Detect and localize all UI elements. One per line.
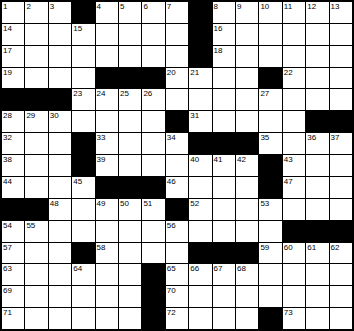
clue-number: 61 xyxy=(307,243,316,252)
cell-r11c9[interactable] xyxy=(189,221,211,242)
cell-r2c5[interactable] xyxy=(96,24,118,45)
black-cell-r9c12 xyxy=(259,177,281,198)
cell-r15c8[interactable]: 72 xyxy=(166,308,188,329)
cell-r2c3[interactable] xyxy=(49,24,71,45)
cell-r1c7[interactable]: 6 xyxy=(142,2,164,23)
clue-number: 34 xyxy=(167,133,176,142)
cell-r8c5[interactable]: 39 xyxy=(96,155,118,176)
cell-r2c14[interactable] xyxy=(306,24,328,45)
black-cell-r9c5 xyxy=(96,177,118,198)
cell-r3c11[interactable] xyxy=(236,46,258,67)
clue-number: 7 xyxy=(167,2,171,11)
black-cell-r12c9 xyxy=(189,243,211,264)
cell-r10c3[interactable]: 48 xyxy=(49,199,71,220)
clue-number: 44 xyxy=(3,177,12,186)
cell-r5c11[interactable] xyxy=(236,89,258,110)
cell-r6c6[interactable] xyxy=(119,111,141,132)
cell-r5c13[interactable] xyxy=(283,89,305,110)
cell-r7c3[interactable] xyxy=(49,133,71,154)
clue-number: 13 xyxy=(331,2,340,11)
cell-r14c1[interactable]: 69 xyxy=(2,286,24,307)
clue-number: 20 xyxy=(167,68,176,77)
cell-r15c11[interactable] xyxy=(236,308,258,329)
cell-r3c3[interactable] xyxy=(49,46,71,67)
cell-r14c2[interactable] xyxy=(25,286,47,307)
cell-r4c11[interactable] xyxy=(236,68,258,89)
cell-r9c1[interactable]: 44 xyxy=(2,177,24,198)
clue-number: 57 xyxy=(3,243,12,252)
clue-number: 45 xyxy=(73,177,82,186)
cell-r1c12[interactable]: 10 xyxy=(259,2,281,23)
cell-r3c2[interactable] xyxy=(25,46,47,67)
cell-r13c14[interactable] xyxy=(306,264,328,285)
clue-number: 4 xyxy=(97,2,101,11)
cell-r13c10[interactable]: 67 xyxy=(213,264,235,285)
cell-r9c9[interactable] xyxy=(189,177,211,198)
cell-r5c6[interactable]: 25 xyxy=(119,89,141,110)
clue-number: 1 xyxy=(3,2,7,11)
cell-r10c10[interactable] xyxy=(213,199,235,220)
clue-number: 38 xyxy=(3,155,12,164)
cell-r7c2[interactable] xyxy=(25,133,47,154)
cell-r14c11[interactable] xyxy=(236,286,258,307)
cell-r8c1[interactable]: 38 xyxy=(2,155,24,176)
cell-r8c10[interactable]: 41 xyxy=(213,155,235,176)
cell-r8c8[interactable] xyxy=(166,155,188,176)
black-cell-r12c10 xyxy=(213,243,235,264)
clue-number: 14 xyxy=(3,24,12,33)
cell-r6c4[interactable] xyxy=(72,111,94,132)
cell-r2c8[interactable] xyxy=(166,24,188,45)
cell-r8c9[interactable]: 40 xyxy=(189,155,211,176)
black-cell-r1c9 xyxy=(189,2,211,23)
cell-r3c15[interactable] xyxy=(330,46,352,67)
cell-r3c7[interactable] xyxy=(142,46,164,67)
cell-r10c5[interactable]: 49 xyxy=(96,199,118,220)
cell-r1c14[interactable]: 12 xyxy=(306,2,328,23)
cell-r7c12[interactable]: 35 xyxy=(259,133,281,154)
cell-r3c1[interactable]: 17 xyxy=(2,46,24,67)
clue-number: 59 xyxy=(260,243,269,252)
cell-r3c10[interactable]: 18 xyxy=(213,46,235,67)
clue-number: 71 xyxy=(3,308,12,317)
cell-r11c3[interactable] xyxy=(49,221,71,242)
cell-r5c15[interactable] xyxy=(330,89,352,110)
cell-r3c13[interactable] xyxy=(283,46,305,67)
black-cell-r2c9 xyxy=(189,24,211,45)
cell-r4c9[interactable]: 21 xyxy=(189,68,211,89)
clue-number: 67 xyxy=(214,264,223,273)
cell-r12c7[interactable] xyxy=(142,243,164,264)
cell-r10c12[interactable]: 53 xyxy=(259,199,281,220)
black-cell-r15c7 xyxy=(142,308,164,329)
cell-r12c13[interactable]: 60 xyxy=(283,243,305,264)
cell-r4c8[interactable]: 20 xyxy=(166,68,188,89)
clue-number: 25 xyxy=(120,89,129,98)
black-cell-r11c15 xyxy=(330,221,352,242)
clue-number: 27 xyxy=(260,89,269,98)
clue-number: 17 xyxy=(3,46,12,55)
cell-r11c1[interactable]: 54 xyxy=(2,221,24,242)
cell-r2c11[interactable] xyxy=(236,24,258,45)
cell-r11c8[interactable]: 56 xyxy=(166,221,188,242)
clue-number: 40 xyxy=(190,155,199,164)
black-cell-r3c9 xyxy=(189,46,211,67)
cell-r4c1[interactable]: 19 xyxy=(2,68,24,89)
cell-r5c8[interactable] xyxy=(166,89,188,110)
cell-r8c3[interactable] xyxy=(49,155,71,176)
cell-r7c7[interactable] xyxy=(142,133,164,154)
cell-r3c12[interactable] xyxy=(259,46,281,67)
cell-r2c15[interactable] xyxy=(330,24,352,45)
black-cell-r9c6 xyxy=(119,177,141,198)
black-cell-r10c1 xyxy=(2,199,24,220)
black-cell-r6c14 xyxy=(306,111,328,132)
clue-number: 54 xyxy=(3,221,12,230)
clue-number: 51 xyxy=(143,199,152,208)
black-cell-r12c4 xyxy=(72,243,94,264)
cell-r7c13[interactable] xyxy=(283,133,305,154)
cell-r15c14[interactable] xyxy=(306,308,328,329)
black-cell-r5c2 xyxy=(25,89,47,110)
clue-number: 16 xyxy=(214,24,223,33)
cell-r15c3[interactable] xyxy=(49,308,71,329)
cell-r5c7[interactable]: 26 xyxy=(142,89,164,110)
clue-number: 73 xyxy=(284,308,293,317)
cell-r14c3[interactable] xyxy=(49,286,71,307)
cell-r6c12[interactable] xyxy=(259,111,281,132)
cell-r10c11[interactable] xyxy=(236,199,258,220)
cell-r13c2[interactable] xyxy=(25,264,47,285)
cell-r13c11[interactable]: 68 xyxy=(236,264,258,285)
cell-r9c2[interactable] xyxy=(25,177,47,198)
clue-number: 53 xyxy=(260,199,269,208)
cell-r3c4[interactable] xyxy=(72,46,94,67)
black-cell-r1c4 xyxy=(72,2,94,23)
clue-number: 63 xyxy=(3,264,12,273)
cell-r11c10[interactable] xyxy=(213,221,235,242)
cell-r13c13[interactable] xyxy=(283,264,305,285)
cell-r4c15[interactable] xyxy=(330,68,352,89)
clue-number: 19 xyxy=(3,68,12,77)
clue-number: 28 xyxy=(3,111,12,120)
black-cell-r9c7 xyxy=(142,177,164,198)
clue-number: 29 xyxy=(26,111,35,120)
clue-number: 50 xyxy=(120,199,129,208)
clue-number: 18 xyxy=(214,46,223,55)
cell-r11c12[interactable] xyxy=(259,221,281,242)
cell-r7c15[interactable]: 37 xyxy=(330,133,352,154)
cell-r4c10[interactable] xyxy=(213,68,235,89)
cell-r9c10[interactable] xyxy=(213,177,235,198)
cell-r11c2[interactable]: 55 xyxy=(25,221,47,242)
cell-r8c13[interactable]: 43 xyxy=(283,155,305,176)
cell-r11c5[interactable] xyxy=(96,221,118,242)
clue-number: 32 xyxy=(3,133,12,142)
cell-r10c4[interactable] xyxy=(72,199,94,220)
black-cell-r4c7 xyxy=(142,68,164,89)
crossword-grid: 1234567891011121314151617181920212223242… xyxy=(0,0,354,331)
clue-number: 37 xyxy=(331,133,340,142)
cell-r7c1[interactable]: 32 xyxy=(2,133,24,154)
cell-r14c14[interactable] xyxy=(306,286,328,307)
cell-r2c7[interactable] xyxy=(142,24,164,45)
clue-number: 15 xyxy=(73,24,82,33)
clue-number: 8 xyxy=(214,2,218,11)
clue-number: 65 xyxy=(167,264,176,273)
clue-number: 10 xyxy=(260,2,269,11)
cell-r14c5[interactable] xyxy=(96,286,118,307)
clue-number: 47 xyxy=(284,177,293,186)
cell-r10c15[interactable] xyxy=(330,199,352,220)
cell-r15c4[interactable] xyxy=(72,308,94,329)
cell-r9c4[interactable]: 45 xyxy=(72,177,94,198)
clue-number: 6 xyxy=(143,2,147,11)
cell-r6c2[interactable]: 29 xyxy=(25,111,47,132)
cell-r8c14[interactable] xyxy=(306,155,328,176)
clue-number: 52 xyxy=(190,199,199,208)
cell-r6c3[interactable]: 30 xyxy=(49,111,71,132)
clue-number: 72 xyxy=(167,308,176,317)
cell-r12c12[interactable]: 59 xyxy=(259,243,281,264)
black-cell-r14c7 xyxy=(142,286,164,307)
clue-number: 33 xyxy=(97,133,106,142)
cell-r13c5[interactable] xyxy=(96,264,118,285)
cell-r4c13[interactable]: 22 xyxy=(283,68,305,89)
cell-r15c1[interactable]: 71 xyxy=(2,308,24,329)
cell-r13c3[interactable] xyxy=(49,264,71,285)
cell-r3c14[interactable] xyxy=(306,46,328,67)
clue-number: 68 xyxy=(237,264,246,273)
clue-number: 49 xyxy=(97,199,106,208)
cell-r9c8[interactable]: 46 xyxy=(166,177,188,198)
cell-r8c7[interactable] xyxy=(142,155,164,176)
clue-number: 69 xyxy=(3,286,12,295)
cell-r1c1[interactable]: 1 xyxy=(2,2,24,23)
cell-r3c5[interactable] xyxy=(96,46,118,67)
cell-r1c5[interactable]: 4 xyxy=(96,2,118,23)
cell-r6c1[interactable]: 28 xyxy=(2,111,24,132)
clue-number: 60 xyxy=(284,243,293,252)
cell-r2c10[interactable]: 16 xyxy=(213,24,235,45)
black-cell-r13c7 xyxy=(142,264,164,285)
cell-r8c15[interactable] xyxy=(330,155,352,176)
cell-r6c7[interactable] xyxy=(142,111,164,132)
cell-r9c15[interactable] xyxy=(330,177,352,198)
cell-r6c5[interactable] xyxy=(96,111,118,132)
cell-r4c3[interactable] xyxy=(49,68,71,89)
clue-number: 39 xyxy=(97,155,106,164)
clue-number: 24 xyxy=(97,89,106,98)
black-cell-r6c15 xyxy=(330,111,352,132)
black-cell-r15c12 xyxy=(259,308,281,329)
cell-r4c14[interactable] xyxy=(306,68,328,89)
black-cell-r11c13 xyxy=(283,221,305,242)
clue-number: 48 xyxy=(50,199,59,208)
cell-r4c2[interactable] xyxy=(25,68,47,89)
cell-r12c15[interactable]: 62 xyxy=(330,243,352,264)
cell-r5c9[interactable] xyxy=(189,89,211,110)
cell-r13c4[interactable]: 64 xyxy=(72,264,94,285)
cell-r15c2[interactable] xyxy=(25,308,47,329)
cell-r1c11[interactable]: 9 xyxy=(236,2,258,23)
cell-r10c13[interactable] xyxy=(283,199,305,220)
cell-r5c4[interactable]: 23 xyxy=(72,89,94,110)
black-cell-r4c12 xyxy=(259,68,281,89)
clue-number: 11 xyxy=(284,2,292,11)
black-cell-r10c2 xyxy=(25,199,47,220)
cell-r13c1[interactable]: 63 xyxy=(2,264,24,285)
cell-r7c8[interactable]: 34 xyxy=(166,133,188,154)
cell-r15c13[interactable]: 73 xyxy=(283,308,305,329)
cell-r15c10[interactable] xyxy=(213,308,235,329)
cell-r2c2[interactable] xyxy=(25,24,47,45)
clue-number: 46 xyxy=(167,177,176,186)
cell-r14c13[interactable] xyxy=(283,286,305,307)
black-cell-r10c8 xyxy=(166,199,188,220)
cell-r1c2[interactable]: 2 xyxy=(25,2,47,23)
cell-r3c8[interactable] xyxy=(166,46,188,67)
cell-r11c7[interactable] xyxy=(142,221,164,242)
black-cell-r6c8 xyxy=(166,111,188,132)
cell-r3c6[interactable] xyxy=(119,46,141,67)
cell-r12c3[interactable] xyxy=(49,243,71,264)
cell-r2c4[interactable]: 15 xyxy=(72,24,94,45)
cell-r13c9[interactable]: 66 xyxy=(189,264,211,285)
cell-r14c10[interactable] xyxy=(213,286,235,307)
cell-r1c13[interactable]: 11 xyxy=(283,2,305,23)
black-cell-r12c11 xyxy=(236,243,258,264)
black-cell-r4c6 xyxy=(119,68,141,89)
black-cell-r7c11 xyxy=(236,133,258,154)
cell-r15c6[interactable] xyxy=(119,308,141,329)
cell-r10c14[interactable] xyxy=(306,199,328,220)
cell-r8c6[interactable] xyxy=(119,155,141,176)
cell-r1c8[interactable]: 7 xyxy=(166,2,188,23)
cell-r9c3[interactable] xyxy=(49,177,71,198)
cell-r15c15[interactable] xyxy=(330,308,352,329)
cell-r14c4[interactable] xyxy=(72,286,94,307)
clue-number: 30 xyxy=(50,111,59,120)
cell-r2c1[interactable]: 14 xyxy=(2,24,24,45)
clue-number: 3 xyxy=(50,2,54,11)
cell-r14c12[interactable] xyxy=(259,286,281,307)
cell-r9c11[interactable] xyxy=(236,177,258,198)
clue-number: 21 xyxy=(190,68,199,77)
clue-number: 31 xyxy=(190,111,199,120)
cell-r7c6[interactable] xyxy=(119,133,141,154)
black-cell-r8c4 xyxy=(72,155,94,176)
black-cell-r5c1 xyxy=(2,89,24,110)
clue-number: 26 xyxy=(143,89,152,98)
cell-r12c2[interactable] xyxy=(25,243,47,264)
cell-r1c6[interactable]: 5 xyxy=(119,2,141,23)
cell-r10c6[interactable]: 50 xyxy=(119,199,141,220)
cell-r9c13[interactable]: 47 xyxy=(283,177,305,198)
cell-r5c14[interactable] xyxy=(306,89,328,110)
black-cell-r8c12 xyxy=(259,155,281,176)
cell-r12c6[interactable] xyxy=(119,243,141,264)
cell-r6c13[interactable] xyxy=(283,111,305,132)
cell-r14c6[interactable] xyxy=(119,286,141,307)
cell-r14c8[interactable]: 70 xyxy=(166,286,188,307)
clue-number: 41 xyxy=(214,155,223,164)
cell-r2c13[interactable] xyxy=(283,24,305,45)
cell-r2c12[interactable] xyxy=(259,24,281,45)
cell-r6c10[interactable] xyxy=(213,111,235,132)
cell-r12c14[interactable]: 61 xyxy=(306,243,328,264)
black-cell-r7c10 xyxy=(213,133,235,154)
cell-r1c10[interactable]: 8 xyxy=(213,2,235,23)
cell-r14c9[interactable] xyxy=(189,286,211,307)
cell-r8c11[interactable]: 42 xyxy=(236,155,258,176)
clue-number: 2 xyxy=(26,2,30,11)
clue-number: 56 xyxy=(167,221,176,230)
cell-r13c8[interactable]: 65 xyxy=(166,264,188,285)
black-cell-r7c9 xyxy=(189,133,211,154)
clue-number: 55 xyxy=(26,221,35,230)
cell-r7c14[interactable]: 36 xyxy=(306,133,328,154)
clue-number: 66 xyxy=(190,264,199,273)
cell-r12c1[interactable]: 57 xyxy=(2,243,24,264)
cell-r13c6[interactable] xyxy=(119,264,141,285)
clue-number: 42 xyxy=(237,155,246,164)
cell-r10c7[interactable]: 51 xyxy=(142,199,164,220)
clue-number: 23 xyxy=(73,89,82,98)
clue-number: 36 xyxy=(307,133,316,142)
cell-r6c11[interactable] xyxy=(236,111,258,132)
black-cell-r5c3 xyxy=(49,89,71,110)
cell-r10c9[interactable]: 52 xyxy=(189,199,211,220)
clue-number: 35 xyxy=(260,133,269,142)
cell-r2c6[interactable] xyxy=(119,24,141,45)
cell-r15c5[interactable] xyxy=(96,308,118,329)
clue-number: 43 xyxy=(284,155,293,164)
clue-number: 12 xyxy=(307,2,316,11)
cell-r13c15[interactable] xyxy=(330,264,352,285)
clue-number: 70 xyxy=(167,286,176,295)
cell-r5c5[interactable]: 24 xyxy=(96,89,118,110)
cell-r11c6[interactable] xyxy=(119,221,141,242)
cell-r9c14[interactable] xyxy=(306,177,328,198)
black-cell-r7c4 xyxy=(72,133,94,154)
cell-r6c9[interactable]: 31 xyxy=(189,111,211,132)
cell-r7c5[interactable]: 33 xyxy=(96,133,118,154)
cell-r8c2[interactable] xyxy=(25,155,47,176)
cell-r15c9[interactable] xyxy=(189,308,211,329)
clue-number: 64 xyxy=(73,264,82,273)
cell-r11c11[interactable] xyxy=(236,221,258,242)
clue-number: 58 xyxy=(97,243,106,252)
clue-number: 9 xyxy=(237,2,241,11)
clue-number: 5 xyxy=(120,2,124,11)
cell-r14c15[interactable] xyxy=(330,286,352,307)
cell-r5c12[interactable]: 27 xyxy=(259,89,281,110)
cell-r13c12[interactable] xyxy=(259,264,281,285)
black-cell-r11c14 xyxy=(306,221,328,242)
cell-r12c5[interactable]: 58 xyxy=(96,243,118,264)
cell-r12c8[interactable] xyxy=(166,243,188,264)
cell-r11c4[interactable] xyxy=(72,221,94,242)
cell-r5c10[interactable] xyxy=(213,89,235,110)
clue-number: 22 xyxy=(284,68,293,77)
cell-r1c3[interactable]: 3 xyxy=(49,2,71,23)
black-cell-r4c5 xyxy=(96,68,118,89)
cell-r4c4[interactable] xyxy=(72,68,94,89)
cell-r1c15[interactable]: 13 xyxy=(330,2,352,23)
clue-number: 62 xyxy=(331,243,340,252)
